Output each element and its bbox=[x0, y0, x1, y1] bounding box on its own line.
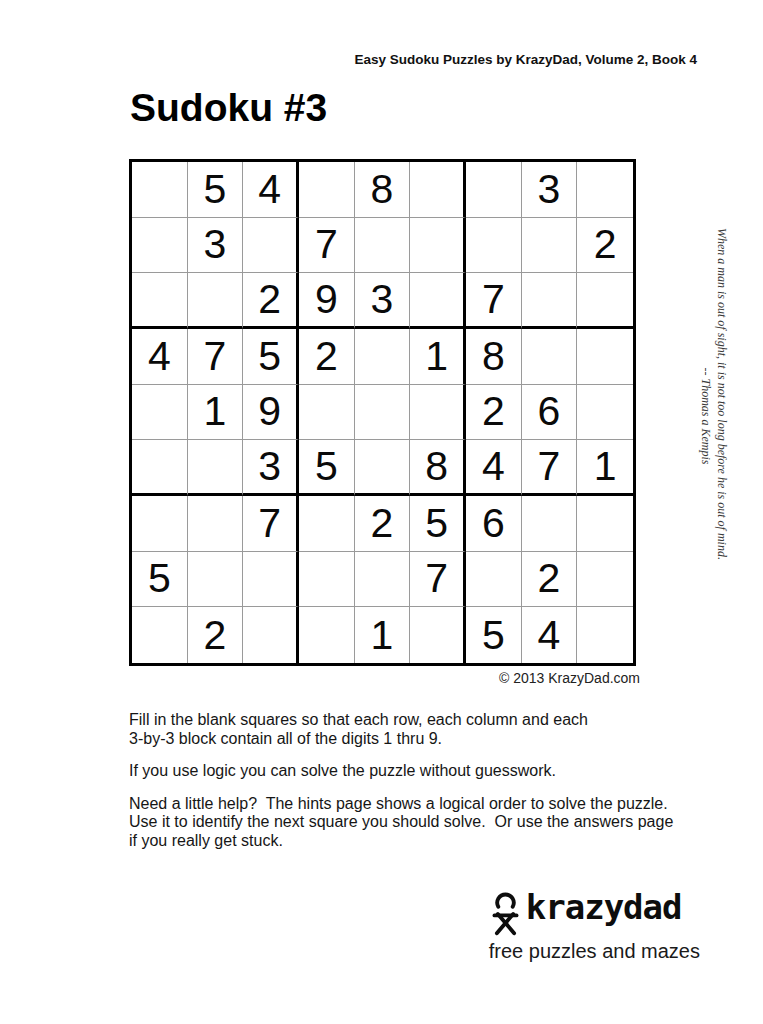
quote-text: When a man is out of sight, it is not to… bbox=[714, 228, 730, 604]
instruction-line: 3-by-3 block contain all of the digits 1… bbox=[129, 730, 673, 749]
sudoku-cell-r7c4 bbox=[299, 496, 355, 552]
sudoku-cell-r5c5 bbox=[355, 385, 411, 441]
sudoku-cell-r1c3: 4 bbox=[243, 162, 299, 218]
instruction-line: Use it to identify the next square you s… bbox=[129, 813, 673, 832]
sudoku-cell-r3c4: 9 bbox=[299, 273, 355, 329]
sudoku-cell-r2c9: 2 bbox=[577, 218, 633, 274]
sudoku-cell-r5c9 bbox=[577, 385, 633, 441]
booklet-title: Easy Sudoku Puzzles by KrazyDad, Volume … bbox=[354, 52, 697, 67]
sudoku-cell-r6c3: 3 bbox=[243, 440, 299, 496]
sudoku-cell-r6c9: 1 bbox=[577, 440, 633, 496]
sudoku-cell-r4c4: 2 bbox=[299, 329, 355, 385]
instruction-paragraph: If you use logic you can solve the puzzl… bbox=[129, 762, 673, 781]
sudoku-cell-r5c7: 2 bbox=[466, 385, 522, 441]
sudoku-cell-r4c9 bbox=[577, 329, 633, 385]
puzzle-page: Easy Sudoku Puzzles by KrazyDad, Volume … bbox=[0, 0, 763, 1024]
sudoku-cell-r6c1 bbox=[132, 440, 188, 496]
sudoku-cell-r9c5: 1 bbox=[355, 607, 411, 663]
sudoku-cell-r3c2 bbox=[188, 273, 244, 329]
sudoku-cell-r3c5: 3 bbox=[355, 273, 411, 329]
logo-tagline: free puzzles and mazes bbox=[489, 940, 700, 963]
sudoku-cell-r5c6 bbox=[410, 385, 466, 441]
sudoku-cell-r5c8: 6 bbox=[522, 385, 578, 441]
sudoku-cell-r4c6: 1 bbox=[410, 329, 466, 385]
instruction-line: if you really get stuck. bbox=[129, 832, 673, 851]
sudoku-cell-r7c5: 2 bbox=[355, 496, 411, 552]
side-quote: When a man is out of sight, it is not to… bbox=[696, 228, 730, 604]
sudoku-cell-r7c9 bbox=[577, 496, 633, 552]
sudoku-cell-r5c4 bbox=[299, 385, 355, 441]
instruction-paragraph: Fill in the blank squares so that each r… bbox=[129, 711, 673, 748]
sudoku-cell-r8c5 bbox=[355, 552, 411, 608]
instruction-line: Need a little help? The hints page shows… bbox=[129, 795, 673, 814]
sudoku-cell-r9c2: 2 bbox=[188, 607, 244, 663]
sudoku-cell-r6c4: 5 bbox=[299, 440, 355, 496]
instruction-paragraph: Need a little help? The hints page shows… bbox=[129, 795, 673, 851]
sudoku-cell-r9c7: 5 bbox=[466, 607, 522, 663]
sudoku-cell-r6c7: 4 bbox=[466, 440, 522, 496]
sudoku-cell-r6c2 bbox=[188, 440, 244, 496]
sudoku-cell-r8c9 bbox=[577, 552, 633, 608]
sudoku-cell-r6c5 bbox=[355, 440, 411, 496]
sudoku-cell-r9c4 bbox=[299, 607, 355, 663]
sudoku-cell-r7c2 bbox=[188, 496, 244, 552]
sudoku-cell-r1c5: 8 bbox=[355, 162, 411, 218]
sudoku-cell-r8c2 bbox=[188, 552, 244, 608]
sudoku-cell-r1c7 bbox=[466, 162, 522, 218]
sudoku-cell-r3c8 bbox=[522, 273, 578, 329]
sudoku-cell-r7c6: 5 bbox=[410, 496, 466, 552]
sudoku-cell-r1c8: 3 bbox=[522, 162, 578, 218]
sudoku-cell-r3c1 bbox=[132, 273, 188, 329]
sudoku-cell-r6c8: 7 bbox=[522, 440, 578, 496]
sudoku-cell-r7c7: 6 bbox=[466, 496, 522, 552]
sudoku-cell-r4c5 bbox=[355, 329, 411, 385]
sudoku-cell-r8c6: 7 bbox=[410, 552, 466, 608]
sudoku-cell-r8c4 bbox=[299, 552, 355, 608]
instruction-line: Fill in the blank squares so that each r… bbox=[129, 711, 673, 730]
sudoku-cell-r5c1 bbox=[132, 385, 188, 441]
sudoku-cell-r9c8: 4 bbox=[522, 607, 578, 663]
sudoku-cell-r2c6 bbox=[410, 218, 466, 274]
krazydad-logo: krazydad free puzzles and mazes bbox=[489, 884, 700, 963]
sudoku-cell-r9c3 bbox=[243, 607, 299, 663]
sudoku-cell-r2c4: 7 bbox=[299, 218, 355, 274]
sudoku-cell-r8c3 bbox=[243, 552, 299, 608]
sudoku-cell-r4c8 bbox=[522, 329, 578, 385]
quote-attribution: -- Thomas a Kempis bbox=[698, 228, 714, 604]
sudoku-cell-r1c9 bbox=[577, 162, 633, 218]
sudoku-cell-r9c9 bbox=[577, 607, 633, 663]
sudoku-cell-r2c8 bbox=[522, 218, 578, 274]
sudoku-cell-r5c2: 1 bbox=[188, 385, 244, 441]
instructions: Fill in the blank squares so that each r… bbox=[129, 711, 673, 864]
sudoku-cell-r2c2: 3 bbox=[188, 218, 244, 274]
logo-wordmark: krazydad bbox=[526, 884, 682, 930]
sudoku-cell-r1c6 bbox=[410, 162, 466, 218]
sudoku-cell-r2c5 bbox=[355, 218, 411, 274]
sudoku-cell-r4c7: 8 bbox=[466, 329, 522, 385]
sudoku-cell-r1c4 bbox=[299, 162, 355, 218]
sudoku-cell-r7c3: 7 bbox=[243, 496, 299, 552]
sudoku-cell-r6c6: 8 bbox=[410, 440, 466, 496]
sudoku-cell-r2c7 bbox=[466, 218, 522, 274]
sudoku-cell-r4c2: 7 bbox=[188, 329, 244, 385]
sudoku-cell-r4c3: 5 bbox=[243, 329, 299, 385]
sudoku-cell-r8c8: 2 bbox=[522, 552, 578, 608]
copyright-notice: © 2013 KrazyDad.com bbox=[499, 670, 640, 686]
sudoku-cell-r9c6 bbox=[410, 607, 466, 663]
sudoku-cell-r3c7: 7 bbox=[466, 273, 522, 329]
stick-figure-icon bbox=[489, 890, 522, 942]
sudoku-cell-r3c6 bbox=[410, 273, 466, 329]
instruction-line: If you use logic you can solve the puzzl… bbox=[129, 762, 673, 781]
sudoku-cell-r8c7 bbox=[466, 552, 522, 608]
sudoku-cell-r1c2: 5 bbox=[188, 162, 244, 218]
sudoku-cell-r3c9 bbox=[577, 273, 633, 329]
page-title: Sudoku #3 bbox=[130, 88, 327, 127]
sudoku-cell-r7c1 bbox=[132, 496, 188, 552]
sudoku-cell-r8c1: 5 bbox=[132, 552, 188, 608]
sudoku-cell-r5c3: 9 bbox=[243, 385, 299, 441]
sudoku-cell-r4c1: 4 bbox=[132, 329, 188, 385]
sudoku-cell-r2c1 bbox=[132, 218, 188, 274]
sudoku-grid: 54833722937475218192635847172565722154 bbox=[129, 159, 636, 666]
sudoku-cell-r2c3 bbox=[243, 218, 299, 274]
sudoku-cell-r7c8 bbox=[522, 496, 578, 552]
sudoku-cell-r3c3: 2 bbox=[243, 273, 299, 329]
sudoku-cell-r9c1 bbox=[132, 607, 188, 663]
sudoku-cell-r1c1 bbox=[132, 162, 188, 218]
